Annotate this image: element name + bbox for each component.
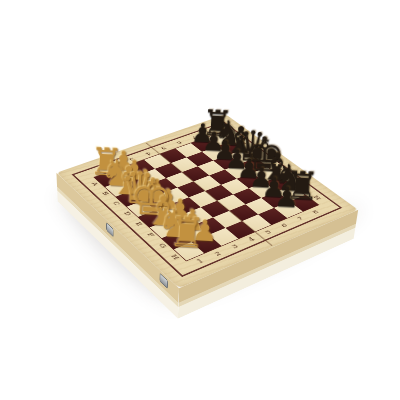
pieces-layer: ♜♞♝♛♚♝♞♜♟♟♟♟♟♟♟♟♟♟♟♟♟♟♟♟♜♞♝♛♚♝♞♜ <box>56 114 358 288</box>
piece-white-pawn-d2: ♟ <box>127 140 187 204</box>
piece-black-pawn-b7: ♟ <box>186 96 242 156</box>
piece-black-knight-b8: ♞ <box>202 91 258 150</box>
scene: AABBCCDDEEFFGGHH1122334455667788 ♜♞♝♛♚♝♞… <box>0 0 400 400</box>
chess-board: AABBCCDDEEFFGGHH1122334455667788 ♜♞♝♛♚♝♞… <box>56 114 358 288</box>
product-photo-stage: AABBCCDDEEFFGGHH1122334455667788 ♜♞♝♛♚♝♞… <box>0 0 400 400</box>
piece-white-rook-a1: ♜ <box>78 119 137 181</box>
piece-black-rook-a8: ♜ <box>191 83 246 141</box>
piece-black-bishop-c8: ♝ <box>213 99 269 159</box>
piece-white-king-e1: ♚ <box>121 156 183 222</box>
camera-tilt: AABBCCDDEEFFGGHH1122334455667788 ♜♞♝♛♚♝♞… <box>0 0 400 400</box>
piece-white-pawn-h2: ♟ <box>174 179 237 246</box>
